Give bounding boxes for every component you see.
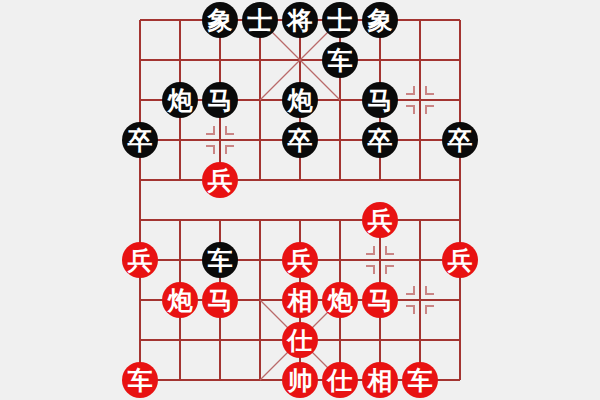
piece-black-king[interactable]: 将 (282, 2, 318, 38)
piece-red-elephant[interactable]: 相 (362, 362, 398, 398)
piece-red-king[interactable]: 帅 (282, 362, 318, 398)
piece-black-soldier[interactable]: 卒 (442, 122, 478, 158)
piece-red-chariot[interactable]: 车 (122, 362, 158, 398)
piece-black-chariot[interactable]: 车 (202, 242, 238, 278)
piece-black-cannon[interactable]: 炮 (162, 82, 198, 118)
piece-black-advisor[interactable]: 士 (322, 2, 358, 38)
piece-black-advisor[interactable]: 士 (242, 2, 278, 38)
piece-black-cannon[interactable]: 炮 (282, 82, 318, 118)
piece-red-cannon[interactable]: 炮 (162, 282, 198, 318)
xiangqi-board[interactable]: 象士将士象车炮马炮马卒卒卒卒车兵兵兵兵兵炮马相炮马仕车帅仕相车 (0, 0, 600, 400)
piece-black-soldier[interactable]: 卒 (282, 122, 318, 158)
piece-red-horse[interactable]: 马 (202, 282, 238, 318)
piece-red-horse[interactable]: 马 (362, 282, 398, 318)
piece-red-soldier[interactable]: 兵 (122, 242, 158, 278)
piece-black-horse[interactable]: 马 (202, 82, 238, 118)
piece-red-soldier[interactable]: 兵 (362, 202, 398, 238)
piece-red-soldier[interactable]: 兵 (442, 242, 478, 278)
piece-red-advisor[interactable]: 仕 (322, 362, 358, 398)
piece-red-elephant[interactable]: 相 (282, 282, 318, 318)
piece-red-soldier[interactable]: 兵 (202, 162, 238, 198)
xiangqi-app: 象士将士象车炮马炮马卒卒卒卒车兵兵兵兵兵炮马相炮马仕车帅仕相车 (0, 0, 600, 400)
piece-red-chariot[interactable]: 车 (402, 362, 438, 398)
piece-black-soldier[interactable]: 卒 (122, 122, 158, 158)
piece-black-elephant[interactable]: 象 (362, 2, 398, 38)
piece-black-elephant[interactable]: 象 (202, 2, 238, 38)
piece-black-chariot[interactable]: 车 (322, 42, 358, 78)
piece-red-cannon[interactable]: 炮 (322, 282, 358, 318)
piece-black-soldier[interactable]: 卒 (362, 122, 398, 158)
piece-red-soldier[interactable]: 兵 (282, 242, 318, 278)
piece-black-horse[interactable]: 马 (362, 82, 398, 118)
piece-red-advisor[interactable]: 仕 (282, 322, 318, 358)
